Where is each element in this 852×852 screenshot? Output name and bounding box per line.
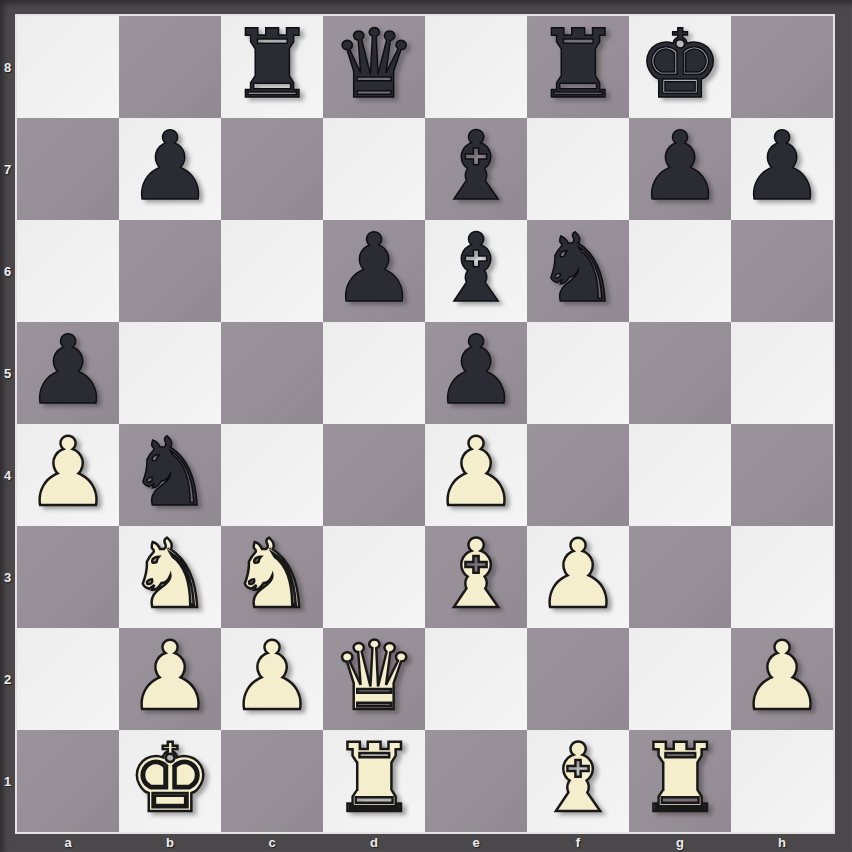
black-pawn-h7[interactable]: ♟ <box>739 119 824 214</box>
square-b6[interactable] <box>119 220 221 322</box>
file-label-b: b <box>119 833 221 852</box>
black-pawn-b7[interactable]: ♟ <box>127 119 212 214</box>
square-d1[interactable]: ♜ <box>323 730 425 832</box>
rank-label-8: 8 <box>0 16 15 118</box>
white-pawn-a4[interactable]: ♟ <box>25 425 110 520</box>
square-f7[interactable] <box>527 118 629 220</box>
white-knight-c3[interactable]: ♞ <box>229 527 314 622</box>
file-label-f: f <box>527 833 629 852</box>
chess-board-frame: 87654321 ♜♛♜♚♟♝♟♟♟♝♞♟♟♟♞♟♞♞♝♟♟♟♛♟♚♜♝♜ ab… <box>0 0 852 852</box>
rank-label-1: 1 <box>0 730 15 832</box>
square-b8[interactable] <box>119 16 221 118</box>
square-h3[interactable] <box>731 526 833 628</box>
black-bishop-e6[interactable]: ♝ <box>433 221 518 316</box>
square-g1[interactable]: ♜ <box>629 730 731 832</box>
square-b3[interactable]: ♞ <box>119 526 221 628</box>
file-label-g: g <box>629 833 731 852</box>
black-king-g8[interactable]: ♚ <box>637 17 722 112</box>
square-f5[interactable] <box>527 322 629 424</box>
black-pawn-e5[interactable]: ♟ <box>433 323 518 418</box>
square-h1[interactable] <box>731 730 833 832</box>
square-h2[interactable]: ♟ <box>731 628 833 730</box>
square-c2[interactable]: ♟ <box>221 628 323 730</box>
square-f1[interactable]: ♝ <box>527 730 629 832</box>
square-a6[interactable] <box>17 220 119 322</box>
square-f3[interactable]: ♟ <box>527 526 629 628</box>
square-g6[interactable] <box>629 220 731 322</box>
white-rook-d1[interactable]: ♜ <box>331 731 416 826</box>
square-e5[interactable]: ♟ <box>425 322 527 424</box>
file-label-h: h <box>731 833 833 852</box>
square-d2[interactable]: ♛ <box>323 628 425 730</box>
square-e1[interactable] <box>425 730 527 832</box>
square-g4[interactable] <box>629 424 731 526</box>
file-label-c: c <box>221 833 323 852</box>
square-f2[interactable] <box>527 628 629 730</box>
square-g8[interactable]: ♚ <box>629 16 731 118</box>
square-d5[interactable] <box>323 322 425 424</box>
square-e7[interactable]: ♝ <box>425 118 527 220</box>
square-c1[interactable] <box>221 730 323 832</box>
black-pawn-d6[interactable]: ♟ <box>331 221 416 316</box>
square-f4[interactable] <box>527 424 629 526</box>
rank-label-6: 6 <box>0 220 15 322</box>
square-f8[interactable]: ♜ <box>527 16 629 118</box>
rank-label-5: 5 <box>0 322 15 424</box>
white-pawn-e4[interactable]: ♟ <box>433 425 518 520</box>
white-queen-d2[interactable]: ♛ <box>331 629 416 724</box>
white-pawn-b2[interactable]: ♟ <box>127 629 212 724</box>
black-pawn-a5[interactable]: ♟ <box>25 323 110 418</box>
square-e8[interactable] <box>425 16 527 118</box>
square-b2[interactable]: ♟ <box>119 628 221 730</box>
rank-label-3: 3 <box>0 526 15 628</box>
square-e6[interactable]: ♝ <box>425 220 527 322</box>
rank-label-7: 7 <box>0 118 15 220</box>
file-label-a: a <box>17 833 119 852</box>
square-a5[interactable]: ♟ <box>17 322 119 424</box>
white-bishop-e3[interactable]: ♝ <box>433 527 518 622</box>
square-b7[interactable]: ♟ <box>119 118 221 220</box>
square-d6[interactable]: ♟ <box>323 220 425 322</box>
black-bishop-e7[interactable]: ♝ <box>433 119 518 214</box>
black-rook-f8[interactable]: ♜ <box>535 17 620 112</box>
rank-label-2: 2 <box>0 628 15 730</box>
rank-labels: 87654321 <box>0 16 15 832</box>
black-rook-c8[interactable]: ♜ <box>229 17 314 112</box>
white-knight-b3[interactable]: ♞ <box>127 527 212 622</box>
square-e4[interactable]: ♟ <box>425 424 527 526</box>
square-a4[interactable]: ♟ <box>17 424 119 526</box>
white-king-b1[interactable]: ♚ <box>127 731 212 826</box>
white-bishop-f1[interactable]: ♝ <box>535 731 620 826</box>
board: ♜♛♜♚♟♝♟♟♟♝♞♟♟♟♞♟♞♞♝♟♟♟♛♟♚♜♝♜ <box>15 14 835 834</box>
square-e2[interactable] <box>425 628 527 730</box>
square-h4[interactable] <box>731 424 833 526</box>
square-a1[interactable] <box>17 730 119 832</box>
black-knight-b4[interactable]: ♞ <box>127 425 212 520</box>
white-pawn-h2[interactable]: ♟ <box>739 629 824 724</box>
black-knight-f6[interactable]: ♞ <box>535 221 620 316</box>
square-c7[interactable] <box>221 118 323 220</box>
square-b4[interactable]: ♞ <box>119 424 221 526</box>
square-a7[interactable] <box>17 118 119 220</box>
square-a2[interactable] <box>17 628 119 730</box>
square-a3[interactable] <box>17 526 119 628</box>
square-d4[interactable] <box>323 424 425 526</box>
square-c3[interactable]: ♞ <box>221 526 323 628</box>
square-f6[interactable]: ♞ <box>527 220 629 322</box>
square-g2[interactable] <box>629 628 731 730</box>
square-b1[interactable]: ♚ <box>119 730 221 832</box>
white-pawn-f3[interactable]: ♟ <box>535 527 620 622</box>
black-queen-d8[interactable]: ♛ <box>331 17 416 112</box>
square-c6[interactable] <box>221 220 323 322</box>
square-d7[interactable] <box>323 118 425 220</box>
square-a8[interactable] <box>17 16 119 118</box>
square-e3[interactable]: ♝ <box>425 526 527 628</box>
square-h8[interactable] <box>731 16 833 118</box>
square-h5[interactable] <box>731 322 833 424</box>
white-rook-g1[interactable]: ♜ <box>637 731 722 826</box>
square-c8[interactable]: ♜ <box>221 16 323 118</box>
rank-label-4: 4 <box>0 424 15 526</box>
square-c4[interactable] <box>221 424 323 526</box>
square-g7[interactable]: ♟ <box>629 118 731 220</box>
square-g3[interactable] <box>629 526 731 628</box>
file-label-e: e <box>425 833 527 852</box>
square-h6[interactable] <box>731 220 833 322</box>
file-label-d: d <box>323 833 425 852</box>
square-d8[interactable]: ♛ <box>323 16 425 118</box>
square-d3[interactable] <box>323 526 425 628</box>
square-h7[interactable]: ♟ <box>731 118 833 220</box>
square-c5[interactable] <box>221 322 323 424</box>
square-g5[interactable] <box>629 322 731 424</box>
square-b5[interactable] <box>119 322 221 424</box>
white-pawn-c2[interactable]: ♟ <box>229 629 314 724</box>
black-pawn-g7[interactable]: ♟ <box>637 119 722 214</box>
file-labels: abcdefgh <box>17 833 833 852</box>
